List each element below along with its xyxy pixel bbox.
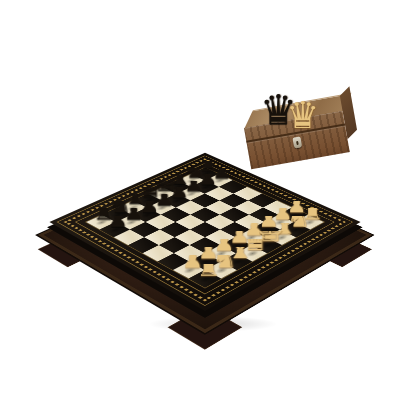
chess-board-assembly: ♜♞♝♛♚♝♞♜♟♟♟♟♟♟♟♟♟♟♟♟♟♟♟♟♜♞♝♛♚♝♞♜ — [95, 112, 315, 332]
board-frame: ♜♞♝♛♚♝♞♜♟♟♟♟♟♟♟♟♟♟♟♟♟♟♟♟♜♞♝♛♚♝♞♜ — [49, 153, 360, 311]
white-rook-glyph: ♜ — [197, 254, 220, 280]
board-tilt-plane: ♜♞♝♛♚♝♞♜♟♟♟♟♟♟♟♟♟♟♟♟♟♟♟♟♜♞♝♛♚♝♞♜ — [49, 153, 360, 311]
black-pawn-glyph: ♟ — [108, 209, 128, 231]
extra-white-queen: ♛ — [286, 97, 319, 134]
chess-set-product-photo: ♛ ♛ ♜♞♝♛♚♝♞♜♟♟♟♟♟♟♟♟♟♟♟♟♟♟♟♟♜♞♝♛♚♝♞♜ — [0, 0, 400, 400]
square-a1: ♜ — [189, 270, 221, 288]
white-rook: ♜ — [197, 264, 220, 287]
